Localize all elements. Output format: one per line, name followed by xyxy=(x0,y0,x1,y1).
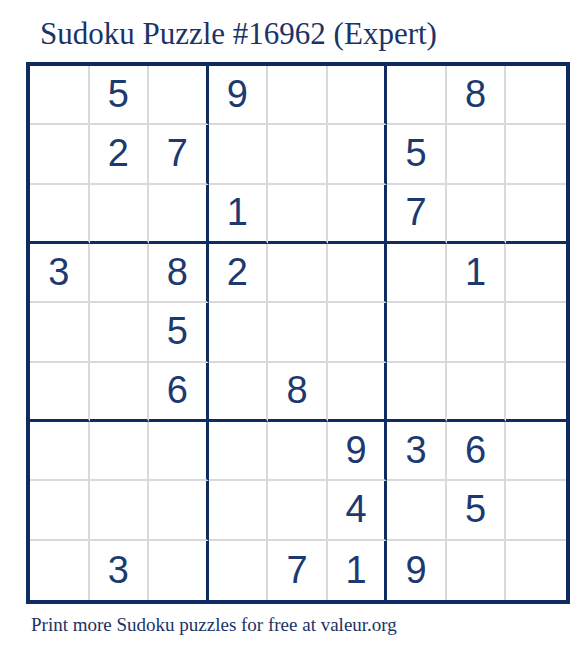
sudoku-cell-r7c3 xyxy=(149,422,209,481)
sudoku-cell-r9c4 xyxy=(209,541,269,600)
sudoku-cell-r1c5 xyxy=(268,66,328,125)
sudoku-cell-r9c2: 3 xyxy=(90,541,150,600)
sudoku-cell-r9c9 xyxy=(506,541,566,600)
sudoku-cell-r5c7 xyxy=(387,303,447,362)
sudoku-cell-r2c9 xyxy=(506,125,566,184)
sudoku-cell-r8c3 xyxy=(149,481,209,540)
sudoku-grid: 598275173821568936453719 xyxy=(26,62,570,604)
sudoku-cell-r8c7 xyxy=(387,481,447,540)
sudoku-cell-r3c1 xyxy=(30,185,90,244)
sudoku-cell-r7c5 xyxy=(268,422,328,481)
puzzle-title: Sudoku Puzzle #16962 (Expert) xyxy=(40,16,437,52)
sudoku-cell-r3c8 xyxy=(447,185,507,244)
sudoku-cell-r6c6 xyxy=(328,363,388,422)
sudoku-cell-r2c5 xyxy=(268,125,328,184)
sudoku-cell-r5c8 xyxy=(447,303,507,362)
sudoku-cell-r5c6 xyxy=(328,303,388,362)
sudoku-cell-r7c2 xyxy=(90,422,150,481)
sudoku-cell-r3c2 xyxy=(90,185,150,244)
sudoku-cell-r2c2: 2 xyxy=(90,125,150,184)
sudoku-cell-r9c1 xyxy=(30,541,90,600)
sudoku-cell-r2c7: 5 xyxy=(387,125,447,184)
sudoku-cell-r1c7 xyxy=(387,66,447,125)
sudoku-cell-r1c3 xyxy=(149,66,209,125)
sudoku-cell-r8c4 xyxy=(209,481,269,540)
sudoku-cell-r5c4 xyxy=(209,303,269,362)
sudoku-cell-r5c3: 5 xyxy=(149,303,209,362)
sudoku-cell-r5c2 xyxy=(90,303,150,362)
sudoku-cell-r8c5 xyxy=(268,481,328,540)
sudoku-cell-r8c6: 4 xyxy=(328,481,388,540)
sudoku-cell-r6c5: 8 xyxy=(268,363,328,422)
sudoku-cell-r1c1 xyxy=(30,66,90,125)
sudoku-cell-r7c7: 3 xyxy=(387,422,447,481)
sudoku-cell-r1c2: 5 xyxy=(90,66,150,125)
sudoku-cell-r4c3: 8 xyxy=(149,244,209,303)
sudoku-cell-r7c9 xyxy=(506,422,566,481)
sudoku-cell-r4c9 xyxy=(506,244,566,303)
sudoku-cell-r8c9 xyxy=(506,481,566,540)
sudoku-cell-r9c7: 9 xyxy=(387,541,447,600)
sudoku-cell-r1c9 xyxy=(506,66,566,125)
sudoku-cell-r3c4: 1 xyxy=(209,185,269,244)
sudoku-cell-r1c4: 9 xyxy=(209,66,269,125)
sudoku-cell-r4c2 xyxy=(90,244,150,303)
sudoku-cell-r6c7 xyxy=(387,363,447,422)
sudoku-cell-r2c1 xyxy=(30,125,90,184)
sudoku-cell-r4c4: 2 xyxy=(209,244,269,303)
sudoku-cell-r9c8 xyxy=(447,541,507,600)
sudoku-cell-r4c1: 3 xyxy=(30,244,90,303)
sudoku-cell-r6c4 xyxy=(209,363,269,422)
footer-note: Print more Sudoku puzzles for free at va… xyxy=(31,614,397,636)
sudoku-cell-r6c9 xyxy=(506,363,566,422)
sudoku-cell-r3c5 xyxy=(268,185,328,244)
sudoku-cell-r3c6 xyxy=(328,185,388,244)
sudoku-cell-r5c9 xyxy=(506,303,566,362)
sudoku-cell-r5c5 xyxy=(268,303,328,362)
sudoku-cell-r2c3: 7 xyxy=(149,125,209,184)
sudoku-cell-r9c6: 1 xyxy=(328,541,388,600)
sudoku-cell-r1c8: 8 xyxy=(447,66,507,125)
page: Sudoku Puzzle #16962 (Expert) 5982751738… xyxy=(0,0,580,651)
sudoku-cell-r5c1 xyxy=(30,303,90,362)
sudoku-cell-r7c6: 9 xyxy=(328,422,388,481)
sudoku-cell-r6c1 xyxy=(30,363,90,422)
sudoku-cell-r1c6 xyxy=(328,66,388,125)
sudoku-cell-r7c8: 6 xyxy=(447,422,507,481)
sudoku-cell-r8c8: 5 xyxy=(447,481,507,540)
sudoku-cell-r9c3 xyxy=(149,541,209,600)
sudoku-cell-r3c3 xyxy=(149,185,209,244)
sudoku-cell-r7c4 xyxy=(209,422,269,481)
sudoku-cell-r3c7: 7 xyxy=(387,185,447,244)
sudoku-cell-r4c8: 1 xyxy=(447,244,507,303)
sudoku-cell-r6c3: 6 xyxy=(149,363,209,422)
sudoku-cell-r7c1 xyxy=(30,422,90,481)
sudoku-cell-r4c7 xyxy=(387,244,447,303)
sudoku-cell-r6c8 xyxy=(447,363,507,422)
sudoku-cell-r2c6 xyxy=(328,125,388,184)
sudoku-cell-r8c2 xyxy=(90,481,150,540)
sudoku-cell-r3c9 xyxy=(506,185,566,244)
sudoku-cell-r2c8 xyxy=(447,125,507,184)
sudoku-cell-r6c2 xyxy=(90,363,150,422)
sudoku-cell-r2c4 xyxy=(209,125,269,184)
sudoku-cell-r4c6 xyxy=(328,244,388,303)
sudoku-cell-r4c5 xyxy=(268,244,328,303)
sudoku-cell-r9c5: 7 xyxy=(268,541,328,600)
sudoku-cell-r8c1 xyxy=(30,481,90,540)
